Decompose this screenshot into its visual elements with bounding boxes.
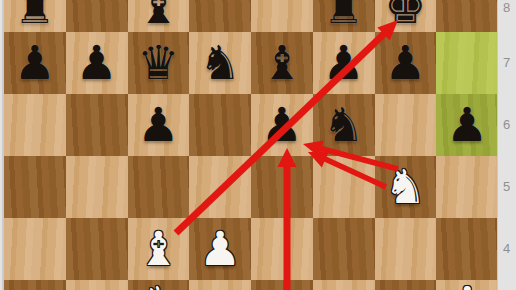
square-h4[interactable] <box>436 218 498 280</box>
piece-black-bishop-e7[interactable]: ♝ <box>261 32 303 94</box>
square-c4[interactable]: ♝ <box>128 218 190 280</box>
square-d6[interactable] <box>189 94 251 156</box>
piece-black-knight-d7[interactable]: ♞ <box>199 32 241 94</box>
square-h5[interactable] <box>436 156 498 218</box>
piece-black-pawn-e6[interactable]: ♟ <box>261 94 303 156</box>
square-d3[interactable] <box>189 280 251 290</box>
square-d7[interactable]: ♞ <box>189 32 251 94</box>
square-c3[interactable]: ♞ <box>128 280 190 290</box>
piece-black-pawn-g7[interactable]: ♟ <box>384 32 426 94</box>
chess-board[interactable]: ♜♝♜♚♟♟♛♞♝♟♟♟♟♞♟♞♝♟♞♟ <box>4 0 498 290</box>
square-g6[interactable] <box>375 94 437 156</box>
square-b7[interactable]: ♟ <box>66 32 128 94</box>
square-h8[interactable] <box>436 0 498 32</box>
square-g3[interactable] <box>375 280 437 290</box>
rank-coordinates-gutter: 87654 <box>497 0 516 290</box>
square-a6[interactable] <box>4 94 66 156</box>
square-e8[interactable] <box>251 0 313 32</box>
square-f8[interactable]: ♜ <box>313 0 375 32</box>
square-g8[interactable]: ♚ <box>375 0 437 32</box>
piece-black-knight-f6[interactable]: ♞ <box>323 94 365 156</box>
square-a8[interactable]: ♜ <box>4 0 66 32</box>
square-c6[interactable]: ♟ <box>128 94 190 156</box>
piece-white-bishop-c4[interactable]: ♝ <box>137 218 179 280</box>
square-b4[interactable] <box>66 218 128 280</box>
square-h7[interactable] <box>436 32 498 94</box>
square-g5[interactable]: ♞ <box>375 156 437 218</box>
piece-black-queen-c7[interactable]: ♛ <box>137 32 179 94</box>
square-a4[interactable] <box>4 218 66 280</box>
square-e7[interactable]: ♝ <box>251 32 313 94</box>
piece-black-pawn-h6[interactable]: ♟ <box>446 94 488 156</box>
piece-white-pawn-h3[interactable]: ♟ <box>447 272 486 290</box>
square-f4[interactable] <box>313 218 375 280</box>
rank-label-4: 4 <box>498 241 515 257</box>
piece-black-pawn-f7[interactable]: ♟ <box>323 32 365 94</box>
square-h6[interactable]: ♟ <box>436 94 498 156</box>
square-f3[interactable] <box>313 280 375 290</box>
square-h3[interactable]: ♟ <box>436 280 498 290</box>
rank-label-7: 7 <box>498 55 515 71</box>
piece-black-pawn-b7[interactable]: ♟ <box>76 32 118 94</box>
square-f6[interactable]: ♞ <box>313 94 375 156</box>
square-e4[interactable] <box>251 218 313 280</box>
chess-analysis-screenshot: ♜♝♜♚♟♟♛♞♝♟♟♟♟♞♟♞♝♟♞♟ 87654 <box>0 0 516 290</box>
square-f7[interactable]: ♟ <box>313 32 375 94</box>
square-a7[interactable]: ♟ <box>4 32 66 94</box>
square-d5[interactable] <box>189 156 251 218</box>
square-b5[interactable] <box>66 156 128 218</box>
square-b6[interactable] <box>66 94 128 156</box>
square-b3[interactable] <box>66 280 128 290</box>
square-e3[interactable] <box>251 280 313 290</box>
piece-white-pawn-d4[interactable]: ♟ <box>199 218 241 280</box>
square-c7[interactable]: ♛ <box>128 32 190 94</box>
square-d8[interactable] <box>189 0 251 32</box>
square-d4[interactable]: ♟ <box>189 218 251 280</box>
square-b8[interactable] <box>66 0 128 32</box>
piece-white-knight-c3[interactable]: ♞ <box>139 272 178 290</box>
square-e5[interactable] <box>251 156 313 218</box>
rank-label-5: 5 <box>498 179 515 195</box>
square-g7[interactable]: ♟ <box>375 32 437 94</box>
square-c5[interactable] <box>128 156 190 218</box>
piece-black-pawn-a7[interactable]: ♟ <box>14 32 56 94</box>
rank-label-6: 6 <box>498 117 515 133</box>
square-a5[interactable] <box>4 156 66 218</box>
piece-white-knight-g5[interactable]: ♞ <box>384 156 426 218</box>
square-c8[interactable]: ♝ <box>128 0 190 32</box>
square-a3[interactable] <box>4 280 66 290</box>
square-g4[interactable] <box>375 218 437 280</box>
piece-black-pawn-c6[interactable]: ♟ <box>137 94 179 156</box>
square-e6[interactable]: ♟ <box>251 94 313 156</box>
rank-label-8: 8 <box>498 0 515 16</box>
square-f5[interactable] <box>313 156 375 218</box>
